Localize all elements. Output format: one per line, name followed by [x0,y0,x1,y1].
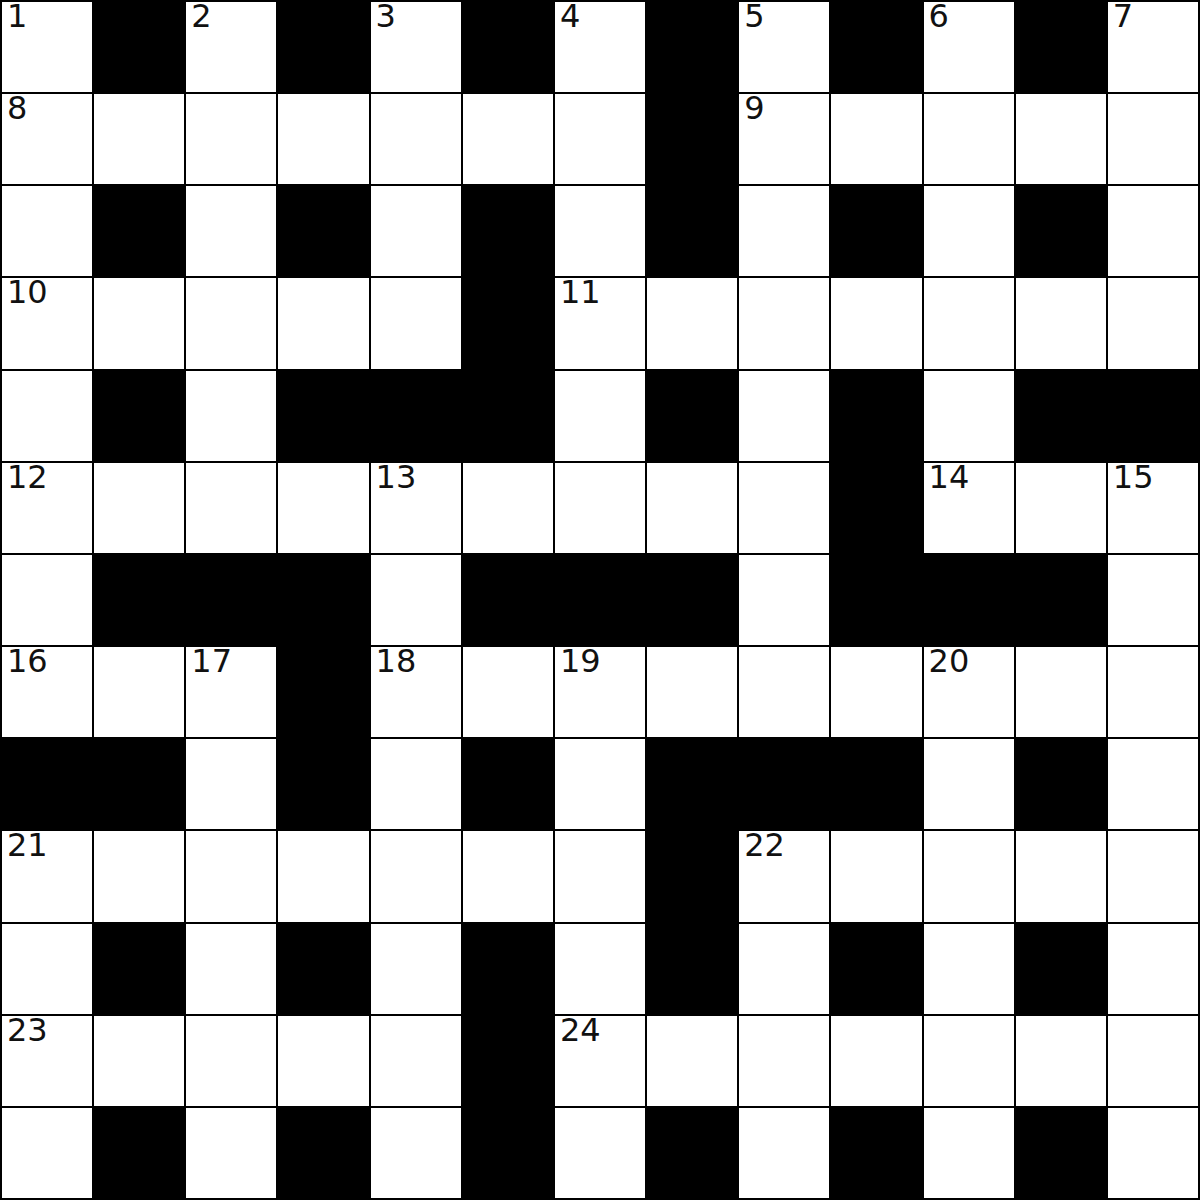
white-cell[interactable] [463,94,553,184]
clue-number: 12 [7,461,48,493]
white-cell[interactable] [831,831,921,921]
white-cell[interactable] [94,1016,184,1106]
white-cell[interactable] [924,739,1014,829]
black-cell [278,371,368,461]
white-cell[interactable]: 20 [924,647,1014,737]
white-cell[interactable] [831,278,921,368]
clue-number: 13 [376,461,417,493]
black-cell [94,371,184,461]
black-cell [831,924,921,1014]
white-cell[interactable] [555,463,645,553]
clue-number: 5 [744,0,764,32]
black-cell [1016,2,1106,92]
white-cell[interactable]: 12 [2,463,92,553]
white-cell[interactable] [739,463,829,553]
clue-number: 14 [929,461,970,493]
black-cell [94,924,184,1014]
white-cell[interactable] [94,94,184,184]
white-cell[interactable] [186,924,276,1014]
black-cell [831,186,921,276]
white-cell[interactable] [739,1108,829,1198]
white-cell[interactable]: 9 [739,94,829,184]
black-cell [831,739,921,829]
white-cell[interactable] [2,555,92,645]
white-cell[interactable] [278,278,368,368]
black-cell [647,94,737,184]
clue-number: 11 [560,276,601,308]
white-cell[interactable]: 22 [739,831,829,921]
clue-number: 21 [7,829,48,861]
white-cell[interactable] [924,278,1014,368]
white-cell[interactable]: 10 [2,278,92,368]
white-cell[interactable] [739,555,829,645]
white-cell[interactable] [1108,1016,1198,1106]
black-cell [831,463,921,553]
white-cell[interactable] [555,924,645,1014]
black-cell [463,1016,553,1106]
black-cell [94,186,184,276]
black-cell [739,739,829,829]
black-cell [94,2,184,92]
black-cell [371,371,461,461]
white-cell[interactable] [371,1016,461,1106]
white-cell[interactable] [94,463,184,553]
white-cell[interactable] [555,94,645,184]
white-cell[interactable] [278,1016,368,1106]
black-cell [278,555,368,645]
white-cell[interactable] [1108,1108,1198,1198]
white-cell[interactable] [371,278,461,368]
clue-number: 20 [929,645,970,677]
white-cell[interactable] [647,463,737,553]
black-cell [1108,371,1198,461]
white-cell[interactable] [739,924,829,1014]
black-cell [831,1108,921,1198]
black-cell [647,371,737,461]
white-cell[interactable]: 13 [371,463,461,553]
black-cell [647,555,737,645]
white-cell[interactable] [924,186,1014,276]
black-cell [647,924,737,1014]
white-cell[interactable]: 6 [924,2,1014,92]
black-cell [463,924,553,1014]
white-cell[interactable] [371,186,461,276]
black-cell [463,371,553,461]
white-cell[interactable] [1016,94,1106,184]
white-cell[interactable] [739,1016,829,1106]
white-cell[interactable] [924,1016,1014,1106]
white-cell[interactable]: 5 [739,2,829,92]
clue-number: 8 [7,92,27,124]
white-cell[interactable]: 7 [1108,2,1198,92]
white-cell[interactable]: 2 [186,2,276,92]
clue-number: 3 [376,0,396,32]
white-cell[interactable] [1108,647,1198,737]
white-cell[interactable] [1108,555,1198,645]
white-cell[interactable] [1016,463,1106,553]
black-cell [463,739,553,829]
black-cell [831,2,921,92]
clue-number: 19 [560,645,601,677]
white-cell[interactable] [647,647,737,737]
white-cell[interactable] [2,924,92,1014]
white-cell[interactable] [371,94,461,184]
clue-number: 17 [191,645,232,677]
white-cell[interactable] [278,463,368,553]
white-cell[interactable] [555,371,645,461]
white-cell[interactable] [555,739,645,829]
black-cell [555,555,645,645]
black-cell [463,1108,553,1198]
black-cell [94,1108,184,1198]
black-cell [647,739,737,829]
black-cell [278,2,368,92]
black-cell [278,1108,368,1198]
white-cell[interactable]: 16 [2,647,92,737]
black-cell [463,278,553,368]
white-cell[interactable] [647,1016,737,1106]
white-cell[interactable] [924,1108,1014,1198]
black-cell [924,555,1014,645]
white-cell[interactable] [463,831,553,921]
white-cell[interactable] [924,924,1014,1014]
black-cell [831,555,921,645]
white-cell[interactable] [94,278,184,368]
white-cell[interactable]: 14 [924,463,1014,553]
black-cell [2,739,92,829]
white-cell[interactable]: 17 [186,647,276,737]
white-cell[interactable] [924,371,1014,461]
clue-number: 4 [560,0,580,32]
white-cell[interactable] [739,647,829,737]
black-cell [463,2,553,92]
white-cell[interactable]: 4 [555,2,645,92]
white-cell[interactable] [278,94,368,184]
clue-number: 7 [1113,0,1133,32]
clue-number: 22 [744,829,785,861]
white-cell[interactable] [1108,278,1198,368]
white-cell[interactable] [1016,831,1106,921]
white-cell[interactable]: 3 [371,2,461,92]
clue-number: 24 [560,1014,601,1046]
black-cell [278,647,368,737]
black-cell [94,739,184,829]
white-cell[interactable] [555,1108,645,1198]
black-cell [1016,371,1106,461]
white-cell[interactable] [463,463,553,553]
black-cell [1016,555,1106,645]
black-cell [463,555,553,645]
crossword-grid: 123456789101112131415161718192021222324 [0,0,1200,1200]
clue-number: 15 [1113,461,1154,493]
white-cell[interactable] [186,186,276,276]
black-cell [186,555,276,645]
white-cell[interactable] [1016,278,1106,368]
white-cell[interactable] [1108,831,1198,921]
white-cell[interactable] [739,186,829,276]
white-cell[interactable]: 19 [555,647,645,737]
white-cell[interactable] [831,647,921,737]
white-cell[interactable]: 15 [1108,463,1198,553]
black-cell [647,186,737,276]
white-cell[interactable] [1016,1016,1106,1106]
white-cell[interactable] [186,739,276,829]
white-cell[interactable] [94,831,184,921]
white-cell[interactable] [924,94,1014,184]
white-cell[interactable] [1108,924,1198,1014]
black-cell [647,831,737,921]
black-cell [278,186,368,276]
white-cell[interactable] [2,1108,92,1198]
white-cell[interactable] [186,371,276,461]
white-cell[interactable] [1016,647,1106,737]
black-cell [463,186,553,276]
black-cell [1016,739,1106,829]
white-cell[interactable] [1108,186,1198,276]
white-cell[interactable] [278,831,368,921]
clue-number: 23 [7,1014,48,1046]
black-cell [831,371,921,461]
clue-number: 2 [191,0,211,32]
black-cell [278,739,368,829]
white-cell[interactable]: 21 [2,831,92,921]
white-cell[interactable] [186,463,276,553]
clue-number: 6 [929,0,949,32]
clue-number: 18 [376,645,417,677]
white-cell[interactable] [1108,94,1198,184]
white-cell[interactable] [555,186,645,276]
white-cell[interactable] [186,831,276,921]
white-cell[interactable] [463,647,553,737]
black-cell [647,1108,737,1198]
white-cell[interactable] [555,831,645,921]
black-cell [1016,186,1106,276]
black-cell [94,555,184,645]
clue-number: 9 [744,92,764,124]
clue-number: 16 [7,645,48,677]
black-cell [647,2,737,92]
white-cell[interactable] [2,371,92,461]
white-cell[interactable] [186,1108,276,1198]
white-cell[interactable]: 23 [2,1016,92,1106]
black-cell [278,924,368,1014]
white-cell[interactable] [371,1108,461,1198]
white-cell[interactable] [94,647,184,737]
white-cell[interactable] [371,831,461,921]
white-cell[interactable] [831,94,921,184]
white-cell[interactable]: 1 [2,2,92,92]
white-cell[interactable] [1108,739,1198,829]
clue-number: 10 [7,276,48,308]
white-cell[interactable] [831,1016,921,1106]
white-cell[interactable] [186,1016,276,1106]
white-cell[interactable] [924,831,1014,921]
white-cell[interactable] [186,94,276,184]
white-cell[interactable]: 8 [2,94,92,184]
clue-number: 1 [7,0,27,32]
white-cell[interactable]: 11 [555,278,645,368]
white-cell[interactable] [371,924,461,1014]
white-cell[interactable] [739,278,829,368]
white-cell[interactable] [371,555,461,645]
black-cell [1016,924,1106,1014]
white-cell[interactable] [647,278,737,368]
white-cell[interactable]: 18 [371,647,461,737]
white-cell[interactable] [739,371,829,461]
white-cell[interactable] [2,186,92,276]
white-cell[interactable]: 24 [555,1016,645,1106]
black-cell [1016,1108,1106,1198]
white-cell[interactable] [371,739,461,829]
white-cell[interactable] [186,278,276,368]
